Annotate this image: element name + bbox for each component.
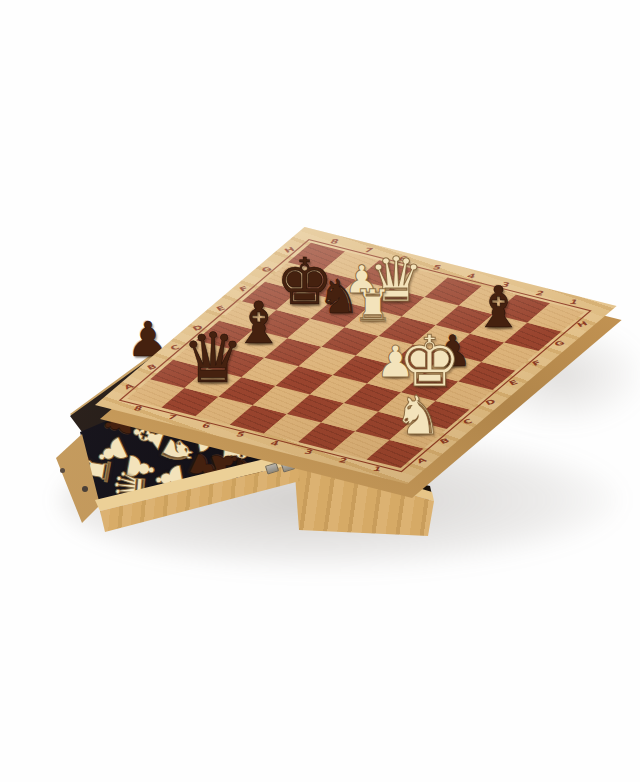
standing-pieces: ♛♝♚♞♟♜♛♟♚♟♝♞ xyxy=(0,0,640,782)
dark-bishop-g2: ♝ xyxy=(473,279,524,336)
dark-queen-b7: ♛ xyxy=(182,323,244,392)
light-rook-f5: ♜ xyxy=(353,284,392,328)
chess-set-product-photo: ♟♝♟♜♟♞♟♝♟♜♟♛♟ ♟ 8877665544332211AABBCCDD… xyxy=(0,0,640,782)
light-knight-b1: ♞ xyxy=(394,388,442,442)
